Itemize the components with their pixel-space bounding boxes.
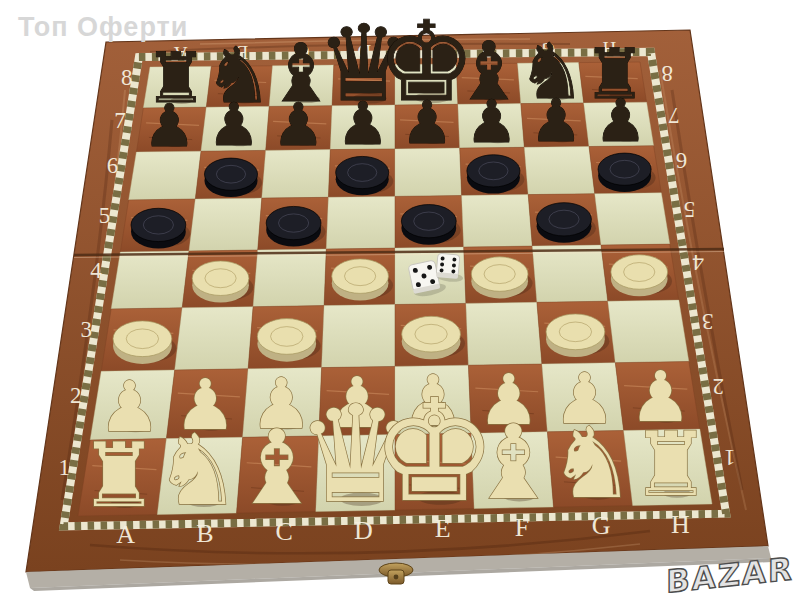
svg-text:♝: ♝	[467, 403, 559, 522]
brass-clasp	[379, 563, 413, 584]
piece-light-knight-g1: ♞	[548, 406, 636, 520]
svg-text:♜: ♜	[631, 413, 710, 516]
piece-dark-pawn-g7: ♟	[530, 86, 583, 155]
svg-text:♞: ♞	[548, 406, 636, 520]
square-a4	[111, 251, 189, 309]
square-h5	[595, 193, 670, 245]
svg-text:♟: ♟	[336, 89, 389, 158]
rank-label-right-4: 4	[692, 250, 704, 275]
rank-label-right-3: 3	[702, 309, 714, 334]
rank-label-right-5: 5	[684, 197, 696, 222]
piece-dark-pawn-a7: ♟	[143, 91, 196, 160]
piece-dark-pawn-b7: ♟	[208, 90, 261, 159]
piece-dark-pawn-e7: ♟	[401, 88, 454, 157]
piece-dark-pawn-d7: ♟	[336, 89, 389, 158]
svg-text:♟: ♟	[401, 88, 454, 157]
rank-label-right-1: 1	[724, 445, 736, 470]
rank-label-left-8: 8	[121, 65, 133, 90]
piece-light-rook-h1: ♜	[631, 413, 710, 516]
rank-label-left-7: 7	[114, 108, 126, 133]
rank-label-left-2: 2	[70, 383, 82, 408]
piece-light-bishop-f1: ♝	[467, 403, 559, 522]
square-g4	[532, 245, 608, 302]
piece-dark-pawn-f7: ♟	[465, 87, 518, 156]
svg-text:♟: ♟	[530, 86, 583, 155]
piece-dark-pawn-h7: ♟	[594, 86, 647, 155]
svg-text:♟: ♟	[594, 86, 647, 155]
svg-text:♜: ♜	[79, 424, 158, 527]
rank-label-left-6: 6	[107, 153, 119, 178]
square-b3	[175, 307, 253, 370]
watermark: Топ Оферти	[18, 12, 188, 43]
square-f5	[462, 195, 533, 248]
rank-label-right-7: 7	[668, 103, 680, 128]
chess-checkers-board: AABBCCDDEEFFGGHH8877665544332211♜♞♝♛♚♝♞♜…	[0, 0, 800, 593]
square-h3	[608, 300, 689, 363]
rank-label-left-3: 3	[81, 317, 93, 342]
piece-light-rook-a1: ♜	[79, 424, 158, 527]
svg-text:♟: ♟	[465, 87, 518, 156]
rank-label-left-1: 1	[59, 455, 71, 480]
svg-text:♟: ♟	[143, 91, 196, 160]
rank-label-right-8: 8	[661, 61, 673, 86]
square-c4	[253, 249, 326, 307]
rank-label-left-5: 5	[99, 203, 111, 228]
square-d3	[322, 305, 395, 368]
square-f3	[466, 302, 542, 365]
piece-light-knight-b1: ♞	[154, 413, 242, 527]
square-d5	[326, 196, 395, 249]
svg-text:♞: ♞	[154, 413, 242, 527]
product-photo: Топ Оферти AABBCCDDEEFFGGHH8877665544332…	[0, 0, 800, 593]
rank-label-right-6: 6	[676, 148, 688, 173]
piece-dark-pawn-c7: ♟	[272, 90, 325, 159]
rank-label-right-2: 2	[712, 373, 724, 398]
svg-text:♟: ♟	[208, 90, 261, 159]
square-b5	[189, 198, 262, 251]
rank-label-left-4: 4	[90, 258, 102, 283]
svg-text:♟: ♟	[272, 90, 325, 159]
